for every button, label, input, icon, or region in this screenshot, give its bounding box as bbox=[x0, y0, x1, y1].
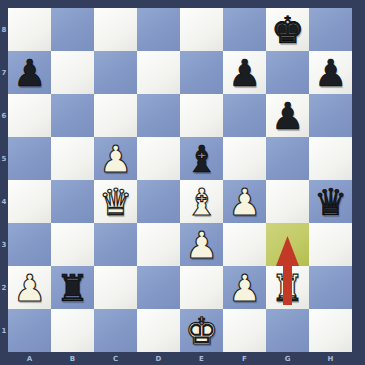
square-f3[interactable] bbox=[223, 223, 266, 266]
white-pawn[interactable]: ♟ bbox=[180, 223, 223, 266]
square-b3[interactable] bbox=[51, 223, 94, 266]
file-label-g: G bbox=[266, 352, 309, 365]
square-d8[interactable] bbox=[137, 8, 180, 51]
black-bishop[interactable]: ♝ bbox=[180, 137, 223, 180]
square-c1[interactable] bbox=[94, 309, 137, 352]
square-c2[interactable] bbox=[94, 266, 137, 309]
black-queen[interactable]: ♛ bbox=[309, 180, 352, 223]
rank-label-4: 4 bbox=[0, 180, 8, 223]
square-e6[interactable] bbox=[180, 94, 223, 137]
chess-board: ♚♟♟♟♟♟♝♛♝♟♛♟♟♜♟♜♚ bbox=[8, 8, 352, 352]
square-f7[interactable]: ♟ bbox=[223, 51, 266, 94]
square-a4[interactable] bbox=[8, 180, 51, 223]
square-g3[interactable] bbox=[266, 223, 309, 266]
square-c3[interactable] bbox=[94, 223, 137, 266]
file-label-d: D bbox=[137, 352, 180, 365]
rank-label-6: 6 bbox=[0, 94, 8, 137]
square-b6[interactable] bbox=[51, 94, 94, 137]
square-e5[interactable]: ♝ bbox=[180, 137, 223, 180]
square-g7[interactable] bbox=[266, 51, 309, 94]
square-b7[interactable] bbox=[51, 51, 94, 94]
square-d6[interactable] bbox=[137, 94, 180, 137]
square-a7[interactable]: ♟ bbox=[8, 51, 51, 94]
file-label-e: E bbox=[180, 352, 223, 365]
square-b5[interactable] bbox=[51, 137, 94, 180]
square-g8[interactable]: ♚ bbox=[266, 8, 309, 51]
square-f6[interactable] bbox=[223, 94, 266, 137]
square-e4[interactable]: ♝ bbox=[180, 180, 223, 223]
black-pawn[interactable]: ♟ bbox=[8, 51, 51, 94]
square-d5[interactable] bbox=[137, 137, 180, 180]
square-a8[interactable] bbox=[8, 8, 51, 51]
square-b8[interactable] bbox=[51, 8, 94, 51]
white-king[interactable]: ♚ bbox=[180, 309, 223, 352]
square-g6[interactable]: ♟ bbox=[266, 94, 309, 137]
square-c5[interactable]: ♟ bbox=[94, 137, 137, 180]
white-bishop[interactable]: ♝ bbox=[180, 180, 223, 223]
white-pawn[interactable]: ♟ bbox=[223, 180, 266, 223]
black-pawn[interactable]: ♟ bbox=[223, 51, 266, 94]
square-d3[interactable] bbox=[137, 223, 180, 266]
rank-label-1: 1 bbox=[0, 309, 8, 352]
square-h6[interactable] bbox=[309, 94, 352, 137]
square-h4[interactable]: ♛ bbox=[309, 180, 352, 223]
square-g4[interactable] bbox=[266, 180, 309, 223]
square-g2[interactable]: ♜ bbox=[266, 266, 309, 309]
black-king[interactable]: ♚ bbox=[266, 8, 309, 51]
white-rook[interactable]: ♜ bbox=[266, 266, 309, 309]
white-queen[interactable]: ♛ bbox=[94, 180, 137, 223]
square-h2[interactable] bbox=[309, 266, 352, 309]
black-pawn[interactable]: ♟ bbox=[266, 94, 309, 137]
square-e2[interactable] bbox=[180, 266, 223, 309]
square-b4[interactable] bbox=[51, 180, 94, 223]
rank-label-8: 8 bbox=[0, 8, 8, 51]
square-f1[interactable] bbox=[223, 309, 266, 352]
white-pawn[interactable]: ♟ bbox=[223, 266, 266, 309]
square-d7[interactable] bbox=[137, 51, 180, 94]
black-pawn[interactable]: ♟ bbox=[309, 51, 352, 94]
square-e1[interactable]: ♚ bbox=[180, 309, 223, 352]
square-e8[interactable] bbox=[180, 8, 223, 51]
black-rook[interactable]: ♜ bbox=[51, 266, 94, 309]
square-h3[interactable] bbox=[309, 223, 352, 266]
square-a6[interactable] bbox=[8, 94, 51, 137]
square-b1[interactable] bbox=[51, 309, 94, 352]
square-a3[interactable] bbox=[8, 223, 51, 266]
square-h8[interactable] bbox=[309, 8, 352, 51]
chess-board-frame: ♚♟♟♟♟♟♝♛♝♟♛♟♟♜♟♜♚ 87654321 ABCDEFGH bbox=[0, 0, 365, 365]
file-label-a: A bbox=[8, 352, 51, 365]
square-h5[interactable] bbox=[309, 137, 352, 180]
square-c6[interactable] bbox=[94, 94, 137, 137]
square-a2[interactable]: ♟ bbox=[8, 266, 51, 309]
square-a5[interactable] bbox=[8, 137, 51, 180]
square-h1[interactable] bbox=[309, 309, 352, 352]
square-e7[interactable] bbox=[180, 51, 223, 94]
white-pawn[interactable]: ♟ bbox=[8, 266, 51, 309]
rank-label-2: 2 bbox=[0, 266, 8, 309]
square-d1[interactable] bbox=[137, 309, 180, 352]
white-pawn[interactable]: ♟ bbox=[94, 137, 137, 180]
rank-labels: 87654321 bbox=[0, 8, 8, 352]
square-c8[interactable] bbox=[94, 8, 137, 51]
file-label-c: C bbox=[94, 352, 137, 365]
square-a1[interactable] bbox=[8, 309, 51, 352]
rank-label-5: 5 bbox=[0, 137, 8, 180]
square-f2[interactable]: ♟ bbox=[223, 266, 266, 309]
square-c7[interactable] bbox=[94, 51, 137, 94]
square-f4[interactable]: ♟ bbox=[223, 180, 266, 223]
rank-label-7: 7 bbox=[0, 51, 8, 94]
file-label-b: B bbox=[51, 352, 94, 365]
square-f8[interactable] bbox=[223, 8, 266, 51]
square-c4[interactable]: ♛ bbox=[94, 180, 137, 223]
square-g1[interactable] bbox=[266, 309, 309, 352]
square-h7[interactable]: ♟ bbox=[309, 51, 352, 94]
square-e3[interactable]: ♟ bbox=[180, 223, 223, 266]
file-label-h: H bbox=[309, 352, 352, 365]
square-d4[interactable] bbox=[137, 180, 180, 223]
square-f5[interactable] bbox=[223, 137, 266, 180]
file-label-f: F bbox=[223, 352, 266, 365]
square-g5[interactable] bbox=[266, 137, 309, 180]
rank-label-3: 3 bbox=[0, 223, 8, 266]
square-d2[interactable] bbox=[137, 266, 180, 309]
file-labels: ABCDEFGH bbox=[8, 352, 352, 365]
square-b2[interactable]: ♜ bbox=[51, 266, 94, 309]
